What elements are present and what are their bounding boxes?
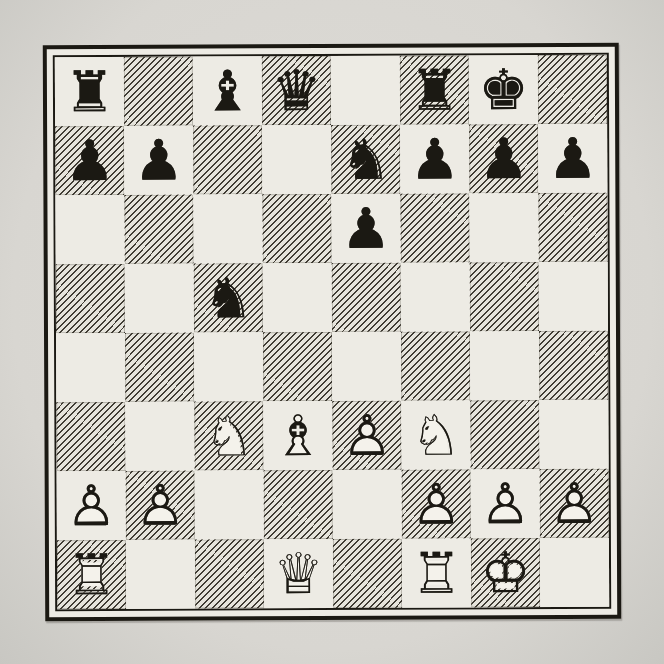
piece-glyph: ♜ bbox=[409, 55, 460, 124]
piece-glyph: ♝ bbox=[202, 56, 253, 125]
square-e5 bbox=[332, 263, 401, 332]
piece-glyph: ♗ bbox=[273, 401, 324, 470]
square-c3: ♞♘ bbox=[194, 401, 263, 470]
piece-black-rook: ♜ bbox=[400, 55, 469, 124]
square-b1 bbox=[126, 540, 195, 609]
piece-glyph: ♙ bbox=[480, 469, 531, 538]
square-h8 bbox=[538, 55, 607, 124]
board-inner-border: ♜♝♛♜♚♟♟♞♟♟♟♟♞♞♘♝♗♟♙♞♘♟♙♟♙♟♙♟♙♟♙♜♖♛♕♜♖♚♔ bbox=[53, 53, 611, 611]
square-f5 bbox=[401, 262, 470, 331]
square-f3: ♞♘ bbox=[401, 400, 470, 469]
piece-black-pawn: ♟ bbox=[469, 124, 538, 193]
square-a8: ♜ bbox=[55, 57, 124, 126]
square-b4 bbox=[125, 333, 194, 402]
square-a4 bbox=[56, 333, 125, 402]
piece-glyph: ♚ bbox=[478, 55, 529, 124]
square-c1 bbox=[195, 539, 264, 608]
square-d6 bbox=[262, 194, 331, 263]
piece-glyph: ♘ bbox=[411, 400, 462, 469]
square-g7: ♟ bbox=[469, 124, 538, 193]
piece-white-pawn: ♟♙ bbox=[471, 469, 540, 538]
square-f2: ♟♙ bbox=[402, 469, 471, 538]
square-c4 bbox=[194, 332, 263, 401]
square-b5 bbox=[125, 264, 194, 333]
square-g3 bbox=[470, 400, 539, 469]
square-f8: ♜ bbox=[400, 55, 469, 124]
piece-glyph: ♟ bbox=[547, 124, 598, 193]
chessboard: ♜♝♛♜♚♟♟♞♟♟♟♟♞♞♘♝♗♟♙♞♘♟♙♟♙♟♙♟♙♟♙♜♖♛♕♜♖♚♔ bbox=[55, 55, 609, 609]
piece-black-king: ♚ bbox=[469, 55, 538, 124]
square-e8 bbox=[331, 56, 400, 125]
square-d8: ♛ bbox=[262, 56, 331, 125]
piece-glyph: ♟ bbox=[133, 126, 184, 195]
square-h2: ♟♙ bbox=[540, 469, 609, 538]
piece-glyph: ♜ bbox=[64, 57, 115, 126]
piece-glyph: ♔ bbox=[480, 538, 531, 607]
square-h7: ♟ bbox=[538, 124, 607, 193]
square-g6 bbox=[469, 193, 538, 262]
square-b8 bbox=[124, 57, 193, 126]
piece-white-pawn: ♟♙ bbox=[402, 469, 471, 538]
piece-white-pawn: ♟♙ bbox=[540, 469, 609, 538]
square-f7: ♟ bbox=[400, 124, 469, 193]
square-h5 bbox=[539, 262, 608, 331]
square-c5: ♞ bbox=[194, 263, 263, 332]
square-f1: ♜♖ bbox=[402, 538, 471, 607]
square-f6 bbox=[400, 193, 469, 262]
square-g8: ♚ bbox=[469, 55, 538, 124]
square-d5 bbox=[263, 263, 332, 332]
square-b7: ♟ bbox=[124, 126, 193, 195]
square-e7: ♞ bbox=[331, 125, 400, 194]
piece-glyph: ♖ bbox=[411, 538, 462, 607]
square-b3 bbox=[125, 402, 194, 471]
piece-glyph: ♟ bbox=[341, 194, 392, 263]
book-page: ♜♝♛♜♚♟♟♞♟♟♟♟♞♞♘♝♗♟♙♞♘♟♙♟♙♟♙♟♙♟♙♜♖♛♕♜♖♚♔ bbox=[0, 0, 664, 664]
square-a2: ♟♙ bbox=[57, 471, 126, 540]
board-frame: ♜♝♛♜♚♟♟♞♟♟♟♟♞♞♘♝♗♟♙♞♘♟♙♟♙♟♙♟♙♟♙♜♖♛♕♜♖♚♔ bbox=[43, 43, 622, 622]
piece-glyph: ♟ bbox=[64, 126, 115, 195]
square-f4 bbox=[401, 331, 470, 400]
square-g1: ♚♔ bbox=[471, 538, 540, 607]
square-b6 bbox=[124, 195, 193, 264]
square-d2 bbox=[264, 470, 333, 539]
piece-glyph: ♘ bbox=[204, 401, 255, 470]
square-h3 bbox=[539, 400, 608, 469]
piece-black-pawn: ♟ bbox=[55, 126, 124, 195]
piece-white-rook: ♜♖ bbox=[57, 540, 126, 609]
square-e6: ♟ bbox=[331, 194, 400, 263]
piece-white-knight: ♞♘ bbox=[401, 400, 470, 469]
piece-glyph: ♞ bbox=[203, 263, 254, 332]
piece-glyph: ♙ bbox=[66, 471, 117, 540]
square-d3: ♝♗ bbox=[263, 401, 332, 470]
piece-white-rook: ♜♖ bbox=[402, 538, 471, 607]
square-d7 bbox=[262, 125, 331, 194]
piece-black-queen: ♛ bbox=[262, 56, 331, 125]
square-g2: ♟♙ bbox=[471, 469, 540, 538]
square-c7 bbox=[193, 125, 262, 194]
square-a3 bbox=[56, 402, 125, 471]
piece-black-pawn: ♟ bbox=[124, 126, 193, 195]
square-c8: ♝ bbox=[193, 56, 262, 125]
piece-glyph: ♙ bbox=[342, 401, 393, 470]
square-c2 bbox=[195, 470, 264, 539]
square-b2: ♟♙ bbox=[126, 471, 195, 540]
piece-glyph: ♕ bbox=[273, 539, 324, 608]
square-e4 bbox=[332, 332, 401, 401]
piece-glyph: ♛ bbox=[271, 56, 322, 125]
square-g5 bbox=[470, 262, 539, 331]
piece-black-knight: ♞ bbox=[331, 125, 400, 194]
piece-black-rook: ♜ bbox=[55, 57, 124, 126]
square-h1 bbox=[540, 538, 609, 607]
square-d4 bbox=[263, 332, 332, 401]
piece-glyph: ♟ bbox=[409, 124, 460, 193]
piece-black-pawn: ♟ bbox=[331, 194, 400, 263]
piece-white-pawn: ♟♙ bbox=[332, 401, 401, 470]
square-h4 bbox=[539, 331, 608, 400]
square-d1: ♛♕ bbox=[264, 539, 333, 608]
square-e1 bbox=[333, 539, 402, 608]
piece-white-queen: ♛♕ bbox=[264, 539, 333, 608]
piece-white-king: ♚♔ bbox=[471, 538, 540, 607]
piece-glyph: ♙ bbox=[135, 471, 186, 540]
square-e2 bbox=[333, 470, 402, 539]
square-a1: ♜♖ bbox=[57, 540, 126, 609]
piece-white-knight: ♞♘ bbox=[194, 401, 263, 470]
piece-white-pawn: ♟♙ bbox=[57, 471, 126, 540]
square-c6 bbox=[193, 194, 262, 263]
square-g4 bbox=[470, 331, 539, 400]
piece-black-bishop: ♝ bbox=[193, 56, 262, 125]
piece-glyph: ♞ bbox=[340, 125, 391, 194]
piece-black-pawn: ♟ bbox=[400, 124, 469, 193]
piece-white-pawn: ♟♙ bbox=[126, 471, 195, 540]
square-a6 bbox=[55, 195, 124, 264]
piece-glyph: ♟ bbox=[478, 124, 529, 193]
piece-glyph: ♙ bbox=[549, 469, 600, 538]
piece-glyph: ♖ bbox=[66, 540, 117, 609]
square-h6 bbox=[538, 193, 607, 262]
piece-glyph: ♙ bbox=[411, 469, 462, 538]
piece-black-knight: ♞ bbox=[194, 263, 263, 332]
square-a5 bbox=[56, 264, 125, 333]
piece-black-pawn: ♟ bbox=[538, 124, 607, 193]
piece-white-bishop: ♝♗ bbox=[263, 401, 332, 470]
square-a7: ♟ bbox=[55, 126, 124, 195]
square-e3: ♟♙ bbox=[332, 401, 401, 470]
